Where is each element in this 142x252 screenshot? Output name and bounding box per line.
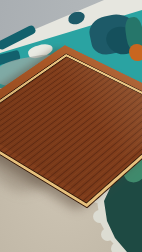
photo-scene xyxy=(0,0,142,252)
orange-paint-spot xyxy=(129,44,142,61)
scallop-dot xyxy=(93,210,106,223)
